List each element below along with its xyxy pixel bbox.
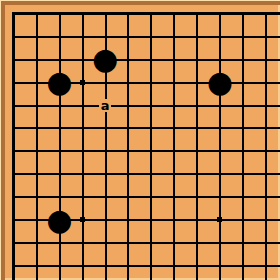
board-point	[254, 2, 277, 25]
board-point: ●	[208, 71, 231, 94]
board-grid: ●●●a●	[2, 2, 277, 277]
board-point	[94, 140, 117, 163]
board-point	[71, 71, 94, 94]
board-point	[71, 185, 94, 208]
board-point	[94, 162, 117, 185]
board-point	[25, 185, 48, 208]
board-point	[231, 231, 254, 254]
black-stone: ●	[48, 71, 71, 94]
board-point	[185, 48, 208, 71]
board-point	[254, 208, 277, 231]
board-point	[185, 2, 208, 25]
board-point	[94, 185, 117, 208]
board-point	[185, 208, 208, 231]
board-point	[231, 2, 254, 25]
board-point	[185, 254, 208, 277]
board-point	[162, 71, 185, 94]
board-point	[25, 231, 48, 254]
board-point	[231, 25, 254, 48]
board-point	[140, 185, 163, 208]
board-point	[94, 208, 117, 231]
board-point	[117, 25, 140, 48]
board-point	[162, 140, 185, 163]
board-point	[2, 117, 25, 140]
board-point	[2, 208, 25, 231]
board-point	[231, 117, 254, 140]
board-point	[140, 231, 163, 254]
board-point	[140, 162, 163, 185]
star-point-marker	[80, 80, 85, 85]
board-point	[71, 162, 94, 185]
board-point	[25, 94, 48, 117]
board-point	[71, 25, 94, 48]
board-point	[48, 25, 71, 48]
board-point	[208, 208, 231, 231]
board-frame-left-highlight	[0, 0, 1, 280]
board-point	[254, 162, 277, 185]
board-point	[185, 140, 208, 163]
board-point	[254, 48, 277, 71]
board-point: a	[94, 94, 117, 117]
board-point	[71, 140, 94, 163]
board-point	[140, 2, 163, 25]
board-point	[94, 231, 117, 254]
board-point	[2, 48, 25, 71]
board-point	[48, 117, 71, 140]
board-point	[25, 162, 48, 185]
board-point	[2, 71, 25, 94]
board-point	[25, 71, 48, 94]
board-point	[185, 162, 208, 185]
board-point	[208, 254, 231, 277]
board-point	[2, 25, 25, 48]
board-point	[48, 140, 71, 163]
board-point	[117, 185, 140, 208]
board-point	[254, 140, 277, 163]
board-point	[2, 254, 25, 277]
board-point	[162, 162, 185, 185]
board-point	[117, 208, 140, 231]
board-point	[208, 140, 231, 163]
board-point	[231, 48, 254, 71]
board-point	[208, 231, 231, 254]
board-point	[25, 48, 48, 71]
board-point	[254, 94, 277, 117]
board-point: ●	[48, 208, 71, 231]
board-point	[117, 2, 140, 25]
board-point	[140, 254, 163, 277]
board-point	[140, 117, 163, 140]
board-point	[25, 117, 48, 140]
black-stone: ●	[48, 208, 71, 231]
board-point	[208, 25, 231, 48]
board-point	[71, 208, 94, 231]
board-point	[117, 71, 140, 94]
board-point	[48, 162, 71, 185]
board-point	[117, 140, 140, 163]
board-point	[254, 231, 277, 254]
board-point	[25, 25, 48, 48]
board-point	[25, 2, 48, 25]
board-point	[117, 162, 140, 185]
board-point	[185, 231, 208, 254]
board-point	[140, 25, 163, 48]
board-point	[2, 162, 25, 185]
board-point	[117, 48, 140, 71]
board-point	[231, 162, 254, 185]
board-frame-top-highlight	[0, 0, 280, 1]
board-point	[140, 71, 163, 94]
board-point: ●	[48, 71, 71, 94]
board-point	[231, 185, 254, 208]
point-label-a: a	[99, 99, 111, 112]
board-point	[162, 208, 185, 231]
board-point	[162, 25, 185, 48]
board-point	[254, 71, 277, 94]
board-point	[185, 117, 208, 140]
board-point	[254, 117, 277, 140]
board-point	[2, 231, 25, 254]
board-point	[162, 94, 185, 117]
board-point	[162, 254, 185, 277]
board-point	[231, 140, 254, 163]
black-stone: ●	[208, 71, 231, 94]
board-point	[2, 2, 25, 25]
board-point	[117, 231, 140, 254]
board-point	[71, 231, 94, 254]
go-board: ●●●a●	[0, 0, 280, 280]
board-point	[25, 254, 48, 277]
black-stone: ●	[94, 48, 117, 71]
board-point	[140, 94, 163, 117]
board-point	[2, 185, 25, 208]
board-point	[117, 117, 140, 140]
board-point	[140, 208, 163, 231]
board-point	[162, 48, 185, 71]
board-point	[208, 162, 231, 185]
board-point	[185, 25, 208, 48]
board-point	[117, 94, 140, 117]
board-point	[185, 71, 208, 94]
board-point	[185, 94, 208, 117]
board-point	[25, 140, 48, 163]
board-point	[140, 48, 163, 71]
board-point	[231, 254, 254, 277]
star-point-marker	[217, 217, 222, 222]
board-point	[71, 48, 94, 71]
board-point	[254, 185, 277, 208]
board-point	[208, 185, 231, 208]
board-point	[71, 254, 94, 277]
board-point	[162, 2, 185, 25]
board-point	[71, 117, 94, 140]
board-point	[2, 94, 25, 117]
board-point	[185, 185, 208, 208]
board-point	[162, 185, 185, 208]
board-point	[48, 254, 71, 277]
board-point	[162, 117, 185, 140]
board-point	[208, 117, 231, 140]
board-point	[2, 140, 25, 163]
board-point	[48, 2, 71, 25]
board-point	[140, 140, 163, 163]
board-point	[208, 2, 231, 25]
board-point	[231, 94, 254, 117]
board-point	[117, 254, 140, 277]
board-point	[162, 231, 185, 254]
board-point	[25, 208, 48, 231]
board-point	[254, 25, 277, 48]
board-point	[254, 254, 277, 277]
board-point	[71, 2, 94, 25]
board-point	[231, 208, 254, 231]
board-point	[94, 2, 117, 25]
board-point	[231, 71, 254, 94]
board-point	[71, 94, 94, 117]
board-point: ●	[94, 48, 117, 71]
board-point	[94, 254, 117, 277]
star-point-marker	[80, 217, 85, 222]
board-point	[94, 117, 117, 140]
